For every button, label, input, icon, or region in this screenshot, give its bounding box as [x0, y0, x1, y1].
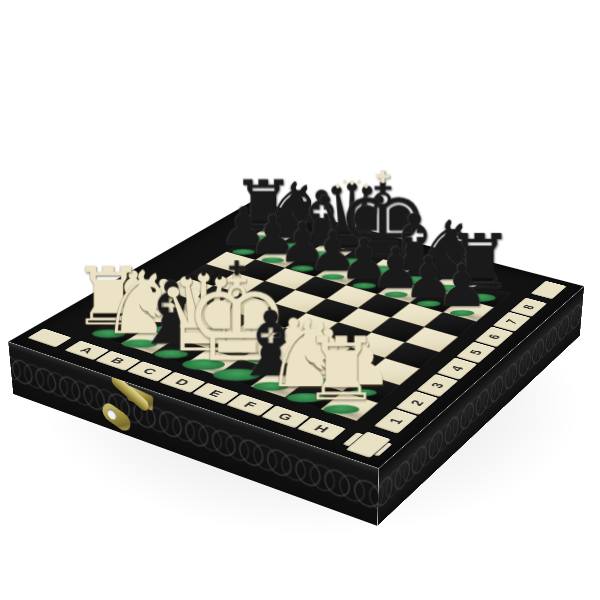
scene: ABCDEFGH12345678 ♜♞♝♛♚♝♞♜♟♟♟♟♟♟♟♟♟♟♟♟♟♟♟…	[0, 0, 600, 600]
piece-glyph: ♟	[407, 257, 517, 315]
clasp-ring-hole	[106, 407, 117, 422]
board-3d: ABCDEFGH12345678 ♜♞♝♛♚♝♞♜♟♟♟♟♟♟♟♟♟♟♟♟♟♟♟…	[8, 200, 584, 468]
piece-glyph: ♜	[280, 325, 403, 413]
